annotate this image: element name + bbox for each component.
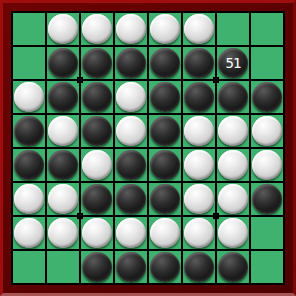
black-disc [184,48,214,78]
white-disc [82,150,112,180]
white-disc [184,150,214,180]
black-disc [150,184,180,214]
cell-c8[interactable] [81,251,113,283]
star-point [213,77,219,83]
cell-a8[interactable] [13,251,45,283]
cell-f5[interactable] [183,149,215,181]
white-disc [252,150,282,180]
cell-h7[interactable] [251,217,283,249]
cell-b6[interactable] [47,183,79,215]
cell-e7[interactable] [149,217,181,249]
white-disc [48,184,78,214]
cell-a3[interactable] [13,81,45,113]
cell-h1[interactable] [251,13,283,45]
black-disc [82,48,112,78]
cell-a2[interactable] [13,47,45,79]
white-disc [184,116,214,146]
cell-e5[interactable] [149,149,181,181]
black-disc [150,48,180,78]
black-disc [82,82,112,112]
cell-b1[interactable] [47,13,79,45]
cell-d6[interactable] [115,183,147,215]
white-disc [48,116,78,146]
white-disc [150,14,180,44]
cell-e2[interactable] [149,47,181,79]
black-disc [252,184,282,214]
white-disc [82,14,112,44]
black-disc [82,252,112,282]
cell-f6[interactable] [183,183,215,215]
black-disc [116,252,146,282]
black-disc [14,150,44,180]
cell-b3[interactable] [47,81,79,113]
white-disc [116,116,146,146]
cell-g7[interactable] [217,217,249,249]
cell-c1[interactable] [81,13,113,45]
cell-c6[interactable] [81,183,113,215]
white-disc [252,116,282,146]
cell-f7[interactable] [183,217,215,249]
cell-e3[interactable] [149,81,181,113]
board: 51 [11,11,285,285]
black-disc [116,150,146,180]
white-disc [14,218,44,248]
white-disc [48,218,78,248]
white-disc [14,82,44,112]
star-point [77,77,83,83]
black-disc [116,184,146,214]
black-disc [218,82,248,112]
white-disc [150,218,180,248]
cell-f2[interactable] [183,47,215,79]
white-disc [116,218,146,248]
board-area: 51 [11,11,285,285]
black-disc [48,150,78,180]
black-disc [82,184,112,214]
cell-d5[interactable] [115,149,147,181]
cell-g1[interactable] [217,13,249,45]
cell-h4[interactable] [251,115,283,147]
black-disc [150,150,180,180]
cell-e1[interactable] [149,13,181,45]
cell-h8[interactable] [251,251,283,283]
white-disc [184,14,214,44]
black-disc [150,116,180,146]
black-disc [218,252,248,282]
black-disc [116,48,146,78]
cell-a5[interactable] [13,149,45,181]
white-disc [218,218,248,248]
white-disc [116,14,146,44]
black-disc [184,252,214,282]
cell-c7[interactable] [81,217,113,249]
cell-b2[interactable] [47,47,79,79]
cell-a7[interactable] [13,217,45,249]
cell-h3[interactable] [251,81,283,113]
cell-a1[interactable] [13,13,45,45]
cell-c2[interactable] [81,47,113,79]
cell-c4[interactable] [81,115,113,147]
cell-g8[interactable] [217,251,249,283]
white-disc [218,150,248,180]
cell-d3[interactable] [115,81,147,113]
last-move-number: 51 [226,56,241,70]
cell-f1[interactable] [183,13,215,45]
cell-g6[interactable] [217,183,249,215]
white-disc [116,82,146,112]
cell-b4[interactable] [47,115,79,147]
white-disc [82,218,112,248]
cell-c5[interactable] [81,149,113,181]
cell-a6[interactable] [13,183,45,215]
white-disc [184,218,214,248]
cell-e8[interactable] [149,251,181,283]
white-disc [48,14,78,44]
cell-h6[interactable] [251,183,283,215]
white-disc [184,184,214,214]
black-disc [150,82,180,112]
cell-f3[interactable] [183,81,215,113]
cell-g2[interactable]: 51 [217,47,249,79]
white-disc [218,116,248,146]
black-disc [184,82,214,112]
cell-d4[interactable] [115,115,147,147]
cell-g4[interactable] [217,115,249,147]
cell-e4[interactable] [149,115,181,147]
cell-f4[interactable] [183,115,215,147]
black-disc: 51 [218,48,248,78]
cell-b8[interactable] [47,251,79,283]
black-disc [252,82,282,112]
cell-c3[interactable] [81,81,113,113]
star-point [77,213,83,219]
cell-g5[interactable] [217,149,249,181]
cell-b7[interactable] [47,217,79,249]
black-disc [82,116,112,146]
black-disc [48,82,78,112]
board-frame: 51 [0,0,296,296]
cell-d1[interactable] [115,13,147,45]
cell-h2[interactable] [251,47,283,79]
cell-d8[interactable] [115,251,147,283]
white-disc [14,184,44,214]
cell-a4[interactable] [13,115,45,147]
black-disc [150,252,180,282]
cell-b5[interactable] [47,149,79,181]
star-point [213,213,219,219]
cell-h5[interactable] [251,149,283,181]
cell-f8[interactable] [183,251,215,283]
cell-g3[interactable] [217,81,249,113]
cell-e6[interactable] [149,183,181,215]
black-disc [48,48,78,78]
white-disc [218,184,248,214]
black-disc [14,116,44,146]
cell-d2[interactable] [115,47,147,79]
cell-d7[interactable] [115,217,147,249]
